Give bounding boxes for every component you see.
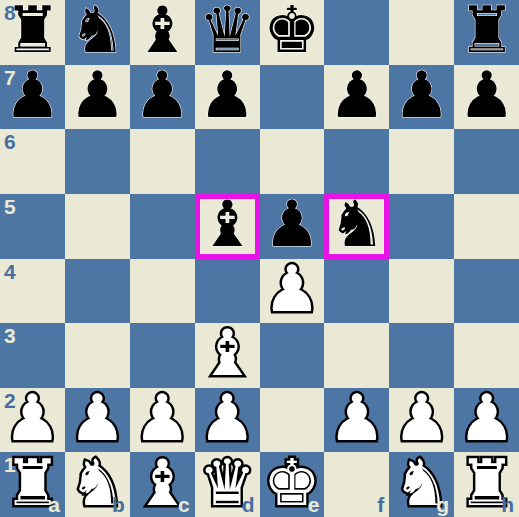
- square-d3[interactable]: ♝♝: [195, 323, 260, 388]
- square-d8[interactable]: ♛♛: [195, 0, 260, 65]
- square-h5[interactable]: [454, 194, 519, 259]
- piece-black-rook[interactable]: ♜♜: [454, 0, 519, 65]
- piece-black-pawn[interactable]: ♟♟: [130, 65, 195, 130]
- white-queen-icon: ♛: [198, 452, 255, 514]
- black-pawn-icon: ♟: [328, 65, 385, 127]
- piece-black-bishop[interactable]: ♝♝: [130, 0, 195, 65]
- square-f6[interactable]: [324, 129, 389, 194]
- square-g2[interactable]: ♟♟: [389, 388, 454, 453]
- piece-white-bishop[interactable]: ♝♝: [130, 452, 195, 517]
- piece-black-pawn[interactable]: ♟♟: [454, 65, 519, 130]
- black-pawn-icon: ♟: [263, 194, 320, 256]
- piece-white-pawn[interactable]: ♟♟: [389, 388, 454, 453]
- square-d6[interactable]: [195, 129, 260, 194]
- square-b8[interactable]: ♞♞: [65, 0, 130, 65]
- square-h7[interactable]: ♟♟: [454, 65, 519, 130]
- white-pawn-icon: ♟: [134, 388, 191, 450]
- piece-white-pawn[interactable]: ♟♟: [454, 388, 519, 453]
- piece-black-knight[interactable]: ♞♞: [65, 0, 130, 65]
- piece-black-pawn[interactable]: ♟♟: [0, 65, 65, 130]
- square-a7[interactable]: 7♟♟: [0, 65, 65, 130]
- square-e6[interactable]: [260, 129, 325, 194]
- square-b5[interactable]: [65, 194, 130, 259]
- file-label-f: f: [377, 494, 384, 515]
- black-queen-icon: ♛: [198, 0, 255, 62]
- square-a3[interactable]: 3: [0, 323, 65, 388]
- piece-black-pawn[interactable]: ♟♟: [195, 65, 260, 130]
- square-f5[interactable]: ♞♞: [324, 194, 389, 259]
- square-b1[interactable]: b♞♞: [65, 452, 130, 517]
- piece-white-pawn[interactable]: ♟♟: [195, 388, 260, 453]
- square-e5[interactable]: ♟♟: [260, 194, 325, 259]
- piece-white-rook[interactable]: ♜♜: [0, 452, 65, 517]
- square-b2[interactable]: ♟♟: [65, 388, 130, 453]
- square-c6[interactable]: [130, 129, 195, 194]
- square-e3[interactable]: [260, 323, 325, 388]
- square-e1[interactable]: e♚♚: [260, 452, 325, 517]
- square-b7[interactable]: ♟♟: [65, 65, 130, 130]
- square-h4[interactable]: [454, 259, 519, 324]
- square-a6[interactable]: 6: [0, 129, 65, 194]
- square-c5[interactable]: [130, 194, 195, 259]
- square-e2[interactable]: [260, 388, 325, 453]
- square-e8[interactable]: ♚♚: [260, 0, 325, 65]
- square-a5[interactable]: 5: [0, 194, 65, 259]
- white-rook-icon: ♜: [458, 452, 515, 514]
- piece-black-queen[interactable]: ♛♛: [195, 0, 260, 65]
- square-d1[interactable]: d♛♛: [195, 452, 260, 517]
- white-king-icon: ♚: [263, 452, 320, 514]
- piece-white-pawn[interactable]: ♟♟: [0, 388, 65, 453]
- square-g8[interactable]: [389, 0, 454, 65]
- black-pawn-icon: ♟: [4, 65, 61, 127]
- piece-black-pawn[interactable]: ♟♟: [260, 194, 325, 259]
- piece-white-pawn[interactable]: ♟♟: [260, 259, 325, 324]
- square-f8[interactable]: [324, 0, 389, 65]
- black-bishop-icon: ♝: [134, 0, 191, 62]
- white-pawn-icon: ♟: [69, 388, 126, 450]
- piece-white-bishop[interactable]: ♝♝: [195, 323, 260, 388]
- white-knight-icon: ♞: [393, 452, 450, 514]
- square-g4[interactable]: [389, 259, 454, 324]
- square-c3[interactable]: [130, 323, 195, 388]
- square-e7[interactable]: [260, 65, 325, 130]
- piece-black-pawn[interactable]: ♟♟: [324, 65, 389, 130]
- square-g3[interactable]: [389, 323, 454, 388]
- square-g1[interactable]: g♞♞: [389, 452, 454, 517]
- white-pawn-icon: ♟: [263, 259, 320, 321]
- piece-black-king[interactable]: ♚♚: [260, 0, 325, 65]
- black-rook-icon: ♜: [458, 0, 515, 62]
- square-f4[interactable]: [324, 259, 389, 324]
- piece-black-pawn[interactable]: ♟♟: [389, 65, 454, 130]
- black-pawn-icon: ♟: [134, 65, 191, 127]
- square-f3[interactable]: [324, 323, 389, 388]
- black-pawn-icon: ♟: [458, 65, 515, 127]
- piece-white-knight[interactable]: ♞♞: [389, 452, 454, 517]
- square-b6[interactable]: [65, 129, 130, 194]
- square-d7[interactable]: ♟♟: [195, 65, 260, 130]
- white-pawn-icon: ♟: [393, 388, 450, 450]
- black-pawn-icon: ♟: [198, 65, 255, 127]
- square-h1[interactable]: h♜♜: [454, 452, 519, 517]
- square-g6[interactable]: [389, 129, 454, 194]
- square-d4[interactable]: [195, 259, 260, 324]
- square-f7[interactable]: ♟♟: [324, 65, 389, 130]
- square-a8[interactable]: 8♜♜: [0, 0, 65, 65]
- piece-black-rook[interactable]: ♜♜: [0, 0, 65, 65]
- square-a2[interactable]: 2♟♟: [0, 388, 65, 453]
- black-king-icon: ♚: [263, 0, 320, 62]
- square-h6[interactable]: [454, 129, 519, 194]
- piece-white-rook[interactable]: ♜♜: [454, 452, 519, 517]
- rank-label-4: 4: [4, 261, 16, 282]
- square-d5[interactable]: ♝♝: [195, 194, 260, 259]
- square-g5[interactable]: [389, 194, 454, 259]
- piece-white-pawn[interactable]: ♟♟: [130, 388, 195, 453]
- square-c7[interactable]: ♟♟: [130, 65, 195, 130]
- black-pawn-icon: ♟: [69, 65, 126, 127]
- rank-label-5: 5: [4, 196, 16, 217]
- white-pawn-icon: ♟: [198, 388, 255, 450]
- square-f1[interactable]: f: [324, 452, 389, 517]
- square-c1[interactable]: c♝♝: [130, 452, 195, 517]
- white-bishop-icon: ♝: [198, 323, 255, 385]
- square-e4[interactable]: ♟♟: [260, 259, 325, 324]
- square-c8[interactable]: ♝♝: [130, 0, 195, 65]
- piece-black-pawn[interactable]: ♟♟: [65, 65, 130, 130]
- black-knight-icon: ♞: [69, 0, 126, 62]
- white-bishop-icon: ♝: [134, 452, 191, 514]
- piece-white-king[interactable]: ♚♚: [260, 452, 325, 517]
- piece-white-queen[interactable]: ♛♛: [195, 452, 260, 517]
- black-knight-icon: ♞: [328, 194, 385, 256]
- square-b3[interactable]: [65, 323, 130, 388]
- square-h2[interactable]: ♟♟: [454, 388, 519, 453]
- square-b4[interactable]: [65, 259, 130, 324]
- square-c4[interactable]: [130, 259, 195, 324]
- white-pawn-icon: ♟: [328, 388, 385, 450]
- white-pawn-icon: ♟: [458, 388, 515, 450]
- piece-white-pawn[interactable]: ♟♟: [65, 388, 130, 453]
- piece-white-pawn[interactable]: ♟♟: [324, 388, 389, 453]
- black-bishop-icon: ♝: [198, 194, 255, 256]
- black-pawn-icon: ♟: [393, 65, 450, 127]
- square-a1[interactable]: 1a♜♜: [0, 452, 65, 517]
- square-h8[interactable]: ♜♜: [454, 0, 519, 65]
- white-knight-icon: ♞: [69, 452, 126, 514]
- rank-label-3: 3: [4, 325, 16, 346]
- square-f2[interactable]: ♟♟: [324, 388, 389, 453]
- square-h3[interactable]: [454, 323, 519, 388]
- square-d2[interactable]: ♟♟: [195, 388, 260, 453]
- white-pawn-icon: ♟: [4, 388, 61, 450]
- square-a4[interactable]: 4: [0, 259, 65, 324]
- square-g7[interactable]: ♟♟: [389, 65, 454, 130]
- rank-label-6: 6: [4, 131, 16, 152]
- white-rook-icon: ♜: [4, 452, 61, 514]
- piece-black-knight[interactable]: ♞♞: [324, 194, 389, 259]
- black-rook-icon: ♜: [4, 0, 61, 62]
- chess-board: 8♜♜♞♞♝♝♛♛♚♚♜♜7♟♟♟♟♟♟♟♟♟♟♟♟♟♟65♝♝♟♟♞♞4♟♟3…: [0, 0, 519, 517]
- piece-white-knight[interactable]: ♞♞: [65, 452, 130, 517]
- square-c2[interactable]: ♟♟: [130, 388, 195, 453]
- piece-black-bishop[interactable]: ♝♝: [195, 194, 260, 259]
